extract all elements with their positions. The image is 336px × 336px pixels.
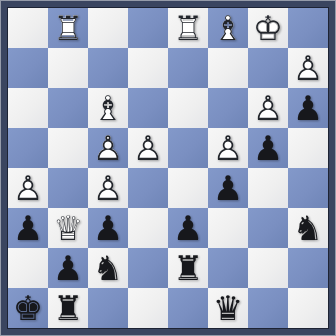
black-king-glyph: ♚	[8, 288, 48, 328]
square-f3[interactable]	[208, 208, 248, 248]
white-pawn-outline-glyph: ♙	[208, 128, 248, 168]
square-f1[interactable]: ♛	[208, 288, 248, 328]
square-b3[interactable]: ♛♕	[48, 208, 88, 248]
piece-black-knight-c2[interactable]: ♞	[88, 248, 128, 288]
square-a4[interactable]: ♟♙	[8, 168, 48, 208]
black-rook-glyph: ♜	[48, 288, 88, 328]
square-b4[interactable]	[48, 168, 88, 208]
black-pawn-glyph: ♟	[208, 168, 248, 208]
square-a5[interactable]	[8, 128, 48, 168]
black-rook-glyph: ♜	[168, 248, 208, 288]
square-b6[interactable]	[48, 88, 88, 128]
square-g4[interactable]	[248, 168, 288, 208]
piece-white-bishop-c6[interactable]: ♝♗	[88, 88, 128, 128]
white-pawn-outline-glyph: ♙	[248, 88, 288, 128]
piece-black-rook-e2[interactable]: ♜	[168, 248, 208, 288]
square-h6[interactable]: ♟	[288, 88, 328, 128]
square-g2[interactable]	[248, 248, 288, 288]
white-rook-outline-glyph: ♖	[168, 8, 208, 48]
square-f4[interactable]: ♟	[208, 168, 248, 208]
white-pawn-outline-glyph: ♙	[88, 128, 128, 168]
square-e7[interactable]	[168, 48, 208, 88]
square-h7[interactable]: ♟♙	[288, 48, 328, 88]
white-pawn-outline-glyph: ♙	[288, 48, 328, 88]
square-f5[interactable]: ♟♙	[208, 128, 248, 168]
square-c1[interactable]	[88, 288, 128, 328]
square-b1[interactable]: ♜	[48, 288, 88, 328]
square-d2[interactable]	[128, 248, 168, 288]
piece-black-queen-f1[interactable]: ♛	[208, 288, 248, 328]
piece-black-pawn-c3[interactable]: ♟	[88, 208, 128, 248]
white-pawn-outline-glyph: ♙	[8, 168, 48, 208]
square-d3[interactable]	[128, 208, 168, 248]
square-d4[interactable]	[128, 168, 168, 208]
square-f8[interactable]: ♝♗	[208, 8, 248, 48]
square-g5[interactable]: ♟	[248, 128, 288, 168]
square-f7[interactable]	[208, 48, 248, 88]
chess-board: ♜♖♜♖♝♗♚♔♟♙♝♗♟♙♟♟♙♟♙♟♙♟♟♙♟♙♟♟♛♕♟♟♞♟♞♜♚♜♛	[8, 8, 328, 328]
square-e5[interactable]	[168, 128, 208, 168]
square-g6[interactable]: ♟♙	[248, 88, 288, 128]
board-border: ♜♖♜♖♝♗♚♔♟♙♝♗♟♙♟♟♙♟♙♟♙♟♟♙♟♙♟♟♛♕♟♟♞♟♞♜♚♜♛	[7, 7, 329, 329]
black-knight-glyph: ♞	[88, 248, 128, 288]
square-c7[interactable]	[88, 48, 128, 88]
piece-black-pawn-g5[interactable]: ♟	[248, 128, 288, 168]
piece-black-pawn-e3[interactable]: ♟	[168, 208, 208, 248]
piece-white-pawn-h7[interactable]: ♟♙	[288, 48, 328, 88]
piece-black-pawn-b2[interactable]: ♟	[48, 248, 88, 288]
square-b2[interactable]: ♟	[48, 248, 88, 288]
piece-white-pawn-f5[interactable]: ♟♙	[208, 128, 248, 168]
square-g3[interactable]	[248, 208, 288, 248]
square-g8[interactable]: ♚♔	[248, 8, 288, 48]
black-pawn-glyph: ♟	[8, 208, 48, 248]
square-a6[interactable]	[8, 88, 48, 128]
black-knight-glyph: ♞	[288, 208, 328, 248]
black-pawn-glyph: ♟	[168, 208, 208, 248]
piece-white-pawn-g6[interactable]: ♟♙	[248, 88, 288, 128]
square-d8[interactable]	[128, 8, 168, 48]
piece-black-knight-h3[interactable]: ♞	[288, 208, 328, 248]
square-a1[interactable]: ♚	[8, 288, 48, 328]
square-e8[interactable]: ♜♖	[168, 8, 208, 48]
piece-white-bishop-f8[interactable]: ♝♗	[208, 8, 248, 48]
piece-white-pawn-a4[interactable]: ♟♙	[8, 168, 48, 208]
square-b7[interactable]	[48, 48, 88, 88]
piece-black-pawn-f4[interactable]: ♟	[208, 168, 248, 208]
piece-white-pawn-c5[interactable]: ♟♙	[88, 128, 128, 168]
square-h2[interactable]	[288, 248, 328, 288]
square-c8[interactable]	[88, 8, 128, 48]
square-e3[interactable]: ♟	[168, 208, 208, 248]
square-a7[interactable]	[8, 48, 48, 88]
square-h3[interactable]: ♞	[288, 208, 328, 248]
square-b5[interactable]	[48, 128, 88, 168]
piece-white-rook-e8[interactable]: ♜♖	[168, 8, 208, 48]
square-g7[interactable]	[248, 48, 288, 88]
white-bishop-outline-glyph: ♗	[208, 8, 248, 48]
square-a3[interactable]: ♟	[8, 208, 48, 248]
square-c4[interactable]: ♟♙	[88, 168, 128, 208]
piece-white-pawn-c4[interactable]: ♟♙	[88, 168, 128, 208]
square-a2[interactable]	[8, 248, 48, 288]
square-d6[interactable]	[128, 88, 168, 128]
square-f2[interactable]	[208, 248, 248, 288]
black-pawn-glyph: ♟	[88, 208, 128, 248]
white-pawn-outline-glyph: ♙	[128, 128, 168, 168]
piece-black-rook-b1[interactable]: ♜	[48, 288, 88, 328]
square-f6[interactable]	[208, 88, 248, 128]
square-c6[interactable]: ♝♗	[88, 88, 128, 128]
white-king-outline-glyph: ♔	[248, 8, 288, 48]
piece-black-king-a1[interactable]: ♚	[8, 288, 48, 328]
white-pawn-outline-glyph: ♙	[88, 168, 128, 208]
square-d1[interactable]	[128, 288, 168, 328]
square-e6[interactable]	[168, 88, 208, 128]
piece-white-rook-b8[interactable]: ♜♖	[48, 8, 88, 48]
square-h8[interactable]	[288, 8, 328, 48]
black-queen-glyph: ♛	[208, 288, 248, 328]
white-rook-outline-glyph: ♖	[48, 8, 88, 48]
square-c5[interactable]: ♟♙	[88, 128, 128, 168]
square-c3[interactable]: ♟	[88, 208, 128, 248]
square-h4[interactable]	[288, 168, 328, 208]
black-pawn-glyph: ♟	[248, 128, 288, 168]
board-frame: ♜♖♜♖♝♗♚♔♟♙♝♗♟♙♟♟♙♟♙♟♙♟♟♙♟♙♟♟♛♕♟♟♞♟♞♜♚♜♛	[0, 0, 336, 336]
piece-black-pawn-a3[interactable]: ♟	[8, 208, 48, 248]
piece-white-king-g8[interactable]: ♚♔	[248, 8, 288, 48]
square-c2[interactable]: ♞	[88, 248, 128, 288]
square-b8[interactable]: ♜♖	[48, 8, 88, 48]
square-h5[interactable]	[288, 128, 328, 168]
square-e4[interactable]	[168, 168, 208, 208]
square-e1[interactable]	[168, 288, 208, 328]
square-g1[interactable]	[248, 288, 288, 328]
piece-white-queen-b3[interactable]: ♛♕	[48, 208, 88, 248]
square-a8[interactable]	[8, 8, 48, 48]
white-queen-outline-glyph: ♕	[48, 208, 88, 248]
piece-white-pawn-d5[interactable]: ♟♙	[128, 128, 168, 168]
chess-app: ♜♖♜♖♝♗♚♔♟♙♝♗♟♙♟♟♙♟♙♟♙♟♟♙♟♙♟♟♛♕♟♟♞♟♞♜♚♜♛	[0, 0, 336, 336]
square-d7[interactable]	[128, 48, 168, 88]
square-h1[interactable]	[288, 288, 328, 328]
piece-black-pawn-h6[interactable]: ♟	[288, 88, 328, 128]
square-e2[interactable]: ♜	[168, 248, 208, 288]
white-bishop-outline-glyph: ♗	[88, 88, 128, 128]
black-pawn-glyph: ♟	[288, 88, 328, 128]
square-d5[interactable]: ♟♙	[128, 128, 168, 168]
black-pawn-glyph: ♟	[48, 248, 88, 288]
